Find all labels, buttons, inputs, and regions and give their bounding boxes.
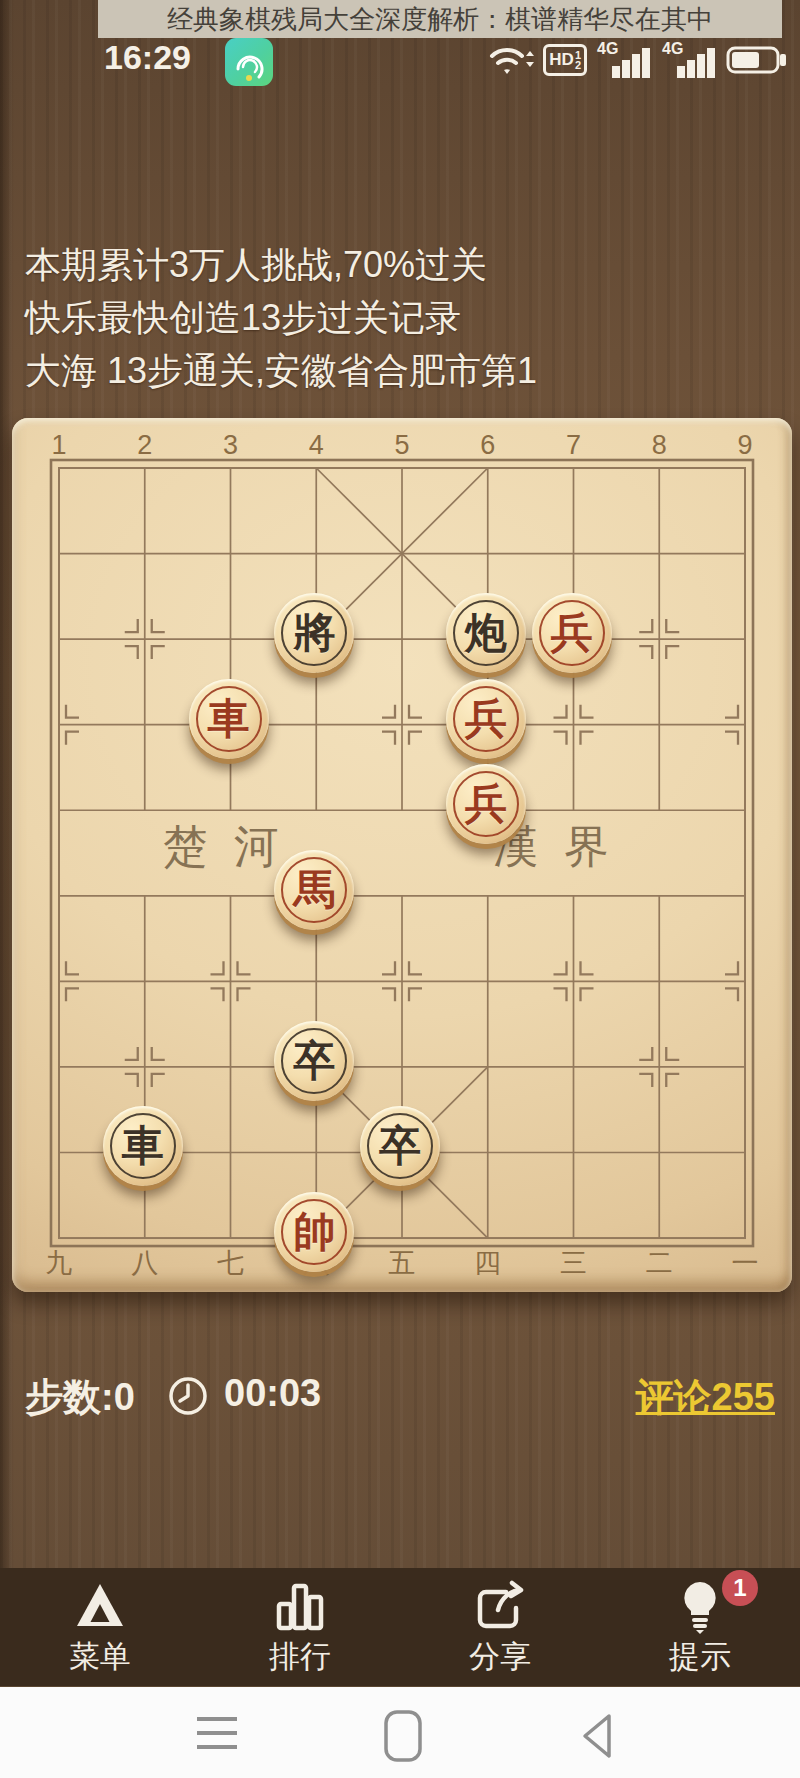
file-label-bottom: 四 — [468, 1245, 508, 1281]
piece-black-soldier[interactable]: 卒 — [360, 1106, 440, 1186]
piece-black-chariot[interactable]: 車 — [103, 1106, 183, 1186]
file-label-top: 8 — [639, 430, 679, 461]
file-label-top: 2 — [125, 430, 165, 461]
piece-red-soldier[interactable]: 兵 — [446, 764, 526, 844]
nav-ranking-button[interactable]: 排行 — [200, 1568, 400, 1686]
signal-icon-sim2: 4G — [661, 40, 717, 80]
nav-label: 排行 — [269, 1636, 331, 1678]
file-label-top: 7 — [554, 430, 594, 461]
file-label-bottom: 九 — [39, 1245, 79, 1281]
file-label-bottom: 三 — [554, 1245, 594, 1281]
fingerprint-icon — [225, 38, 273, 86]
piece-red-soldier[interactable]: 兵 — [532, 593, 612, 673]
back-button[interactable] — [573, 1709, 621, 1767]
menu-mountain-icon — [68, 1578, 132, 1634]
nav-label: 提示 — [669, 1636, 731, 1678]
file-label-top: 9 — [725, 430, 765, 461]
move-counter: 步数:0 — [25, 1372, 135, 1423]
piece-black-soldier[interactable]: 卒 — [274, 1021, 354, 1101]
stats-line-2: 快乐最快创造13步过关记录 — [25, 291, 537, 344]
file-label-top: 1 — [39, 430, 79, 461]
piece-red-horse[interactable]: 馬 — [274, 850, 354, 930]
home-icon — [381, 1709, 425, 1763]
piece-character: 兵 — [465, 783, 507, 825]
home-button[interactable] — [381, 1709, 425, 1767]
hint-badge: 1 — [722, 1570, 758, 1606]
piece-character: 兵 — [465, 698, 507, 740]
battery-icon — [726, 41, 788, 79]
bar-chart-icon — [268, 1578, 332, 1634]
file-label-bottom: 七 — [211, 1245, 251, 1281]
notification-banner[interactable]: 经典象棋残局大全深度解析：棋谱精华尽在其中 — [98, 0, 782, 38]
piece-character: 車 — [208, 698, 250, 740]
system-nav-bar — [0, 1687, 800, 1778]
piece-character: 帥 — [293, 1211, 335, 1253]
nav-menu-button[interactable]: 菜单 — [0, 1568, 200, 1686]
comments-link[interactable]: 评论255 — [636, 1372, 775, 1423]
file-label-top: 6 — [468, 430, 508, 461]
piece-red-general[interactable]: 帥 — [274, 1192, 354, 1272]
signal-icon-sim1: 4G — [596, 40, 652, 80]
recents-icon — [193, 1709, 241, 1757]
piece-character: 炮 — [465, 612, 507, 654]
nav-hint-button[interactable]: 提示 1 — [600, 1568, 800, 1686]
piece-character: 車 — [122, 1125, 164, 1167]
piece-red-chariot[interactable]: 車 — [189, 679, 269, 759]
file-label-bottom: 八 — [125, 1245, 165, 1281]
nav-label: 分享 — [469, 1636, 531, 1678]
piece-character: 卒 — [379, 1125, 421, 1167]
nav-label: 菜单 — [69, 1636, 131, 1678]
piece-red-soldier[interactable]: 兵 — [446, 679, 526, 759]
back-icon — [573, 1709, 621, 1763]
file-label-bottom: 五 — [382, 1245, 422, 1281]
volte-hd-icon: HD 12 — [543, 44, 587, 76]
challenge-stats: 本期累计3万人挑战,70%过关 快乐最快创造13步过关记录 大海 13步通关,安… — [25, 238, 537, 397]
file-label-bottom: 二 — [639, 1245, 679, 1281]
piece-character: 兵 — [551, 612, 593, 654]
stats-line-1: 本期累计3万人挑战,70%过关 — [25, 238, 537, 291]
piece-character: 將 — [293, 612, 335, 654]
wifi-icon — [488, 40, 534, 80]
file-label-top: 3 — [211, 430, 251, 461]
share-icon — [468, 1578, 532, 1634]
bottom-nav: 菜单 排行 分享 提示 1 — [0, 1568, 800, 1687]
svg-text:4G: 4G — [597, 40, 618, 57]
game-info-bar: 步数:0 00:03 评论255 — [0, 1366, 800, 1426]
banner-title: 经典象棋残局大全深度解析：棋谱精华尽在其中 — [167, 2, 713, 37]
nav-share-button[interactable]: 分享 — [400, 1568, 600, 1686]
file-label-top: 4 — [296, 430, 336, 461]
svg-text:4G: 4G — [662, 40, 683, 57]
status-time: 16:29 — [104, 38, 191, 77]
app-icon — [225, 38, 273, 86]
xiangqi-board[interactable]: 楚河漢界 123456789九八七六五四三二一 將炮兵車兵兵馬卒車卒帥 — [12, 418, 792, 1292]
recents-button[interactable] — [193, 1709, 241, 1761]
file-label-bottom: 一 — [725, 1245, 765, 1281]
file-label-top: 5 — [382, 430, 422, 461]
piece-black-general[interactable]: 將 — [274, 593, 354, 673]
status-bar: 16:29 HD 12 4G 4G — [0, 36, 800, 84]
clock-icon — [166, 1374, 210, 1418]
piece-character: 馬 — [293, 869, 335, 911]
piece-character: 卒 — [293, 1040, 335, 1082]
elapsed-timer: 00:03 — [224, 1372, 321, 1415]
stats-line-3: 大海 13步通关,安徽省合肥市第1 — [25, 344, 537, 397]
piece-black-cannon[interactable]: 炮 — [446, 593, 526, 673]
